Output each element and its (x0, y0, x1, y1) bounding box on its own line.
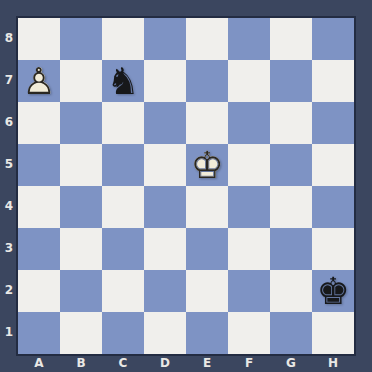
square-g6[interactable] (270, 102, 312, 144)
square-f5[interactable] (228, 144, 270, 186)
square-e4[interactable] (186, 186, 228, 228)
square-b2[interactable] (60, 270, 102, 312)
rank-label-2: 2 (0, 270, 18, 312)
square-c4[interactable] (102, 186, 144, 228)
square-e2[interactable] (186, 270, 228, 312)
rank-label-8: 8 (0, 18, 18, 60)
square-f3[interactable] (228, 228, 270, 270)
square-h2[interactable]: ♚ (312, 270, 354, 312)
file-label-d: D (144, 354, 186, 372)
square-e6[interactable] (186, 102, 228, 144)
square-a8[interactable] (18, 18, 60, 60)
square-c7[interactable]: ♞ (102, 60, 144, 102)
square-f6[interactable] (228, 102, 270, 144)
square-b6[interactable] (60, 102, 102, 144)
square-b7[interactable] (60, 60, 102, 102)
square-h1[interactable] (312, 312, 354, 354)
square-a4[interactable] (18, 186, 60, 228)
white-pawn-outline: ♙ (18, 60, 60, 102)
square-e3[interactable] (186, 228, 228, 270)
square-g3[interactable] (270, 228, 312, 270)
square-b4[interactable] (60, 186, 102, 228)
file-labels: ABCDEFGH (18, 354, 354, 372)
square-f4[interactable] (228, 186, 270, 228)
square-c3[interactable] (102, 228, 144, 270)
file-label-b: B (60, 354, 102, 372)
square-g2[interactable] (270, 270, 312, 312)
file-label-a: A (18, 354, 60, 372)
square-f8[interactable] (228, 18, 270, 60)
rank-label-5: 5 (0, 144, 18, 186)
square-h6[interactable] (312, 102, 354, 144)
square-a3[interactable] (18, 228, 60, 270)
square-d4[interactable] (144, 186, 186, 228)
square-h3[interactable] (312, 228, 354, 270)
square-b3[interactable] (60, 228, 102, 270)
rank-label-6: 6 (0, 102, 18, 144)
square-a2[interactable] (18, 270, 60, 312)
square-d2[interactable] (144, 270, 186, 312)
white-king-outline: ♔ (186, 144, 228, 186)
square-d1[interactable] (144, 312, 186, 354)
file-label-c: C (102, 354, 144, 372)
white-pawn[interactable]: ♟♙ (18, 60, 60, 102)
square-f7[interactable] (228, 60, 270, 102)
chess-board-diagram: 87654321 ♟♙♞♚♔♚ ABCDEFGH (0, 0, 372, 372)
square-h8[interactable] (312, 18, 354, 60)
square-b8[interactable] (60, 18, 102, 60)
square-a6[interactable] (18, 102, 60, 144)
black-knight[interactable]: ♞ (102, 60, 144, 102)
square-d3[interactable] (144, 228, 186, 270)
rank-label-1: 1 (0, 312, 18, 354)
rank-label-4: 4 (0, 186, 18, 228)
square-e8[interactable] (186, 18, 228, 60)
square-d5[interactable] (144, 144, 186, 186)
square-f1[interactable] (228, 312, 270, 354)
square-c2[interactable] (102, 270, 144, 312)
black-king[interactable]: ♚ (312, 270, 354, 312)
square-a7[interactable]: ♟♙ (18, 60, 60, 102)
white-king[interactable]: ♚♔ (186, 144, 228, 186)
square-e7[interactable] (186, 60, 228, 102)
square-d8[interactable] (144, 18, 186, 60)
square-c5[interactable] (102, 144, 144, 186)
square-g5[interactable] (270, 144, 312, 186)
file-label-e: E (186, 354, 228, 372)
square-g1[interactable] (270, 312, 312, 354)
chess-board[interactable]: ♟♙♞♚♔♚ (18, 18, 354, 354)
file-label-h: H (312, 354, 354, 372)
square-c6[interactable] (102, 102, 144, 144)
black-king-glyph: ♚ (312, 270, 354, 312)
square-f2[interactable] (228, 270, 270, 312)
square-a1[interactable] (18, 312, 60, 354)
rank-label-7: 7 (0, 60, 18, 102)
square-e5[interactable]: ♚♔ (186, 144, 228, 186)
square-h5[interactable] (312, 144, 354, 186)
rank-label-3: 3 (0, 228, 18, 270)
square-c8[interactable] (102, 18, 144, 60)
square-e1[interactable] (186, 312, 228, 354)
square-g8[interactable] (270, 18, 312, 60)
square-b5[interactable] (60, 144, 102, 186)
file-label-f: F (228, 354, 270, 372)
square-d6[interactable] (144, 102, 186, 144)
square-g4[interactable] (270, 186, 312, 228)
square-b1[interactable] (60, 312, 102, 354)
square-h7[interactable] (312, 60, 354, 102)
square-h4[interactable] (312, 186, 354, 228)
black-knight-glyph: ♞ (102, 60, 144, 102)
square-g7[interactable] (270, 60, 312, 102)
square-a5[interactable] (18, 144, 60, 186)
square-d7[interactable] (144, 60, 186, 102)
rank-labels: 87654321 (0, 18, 18, 354)
file-label-g: G (270, 354, 312, 372)
square-c1[interactable] (102, 312, 144, 354)
